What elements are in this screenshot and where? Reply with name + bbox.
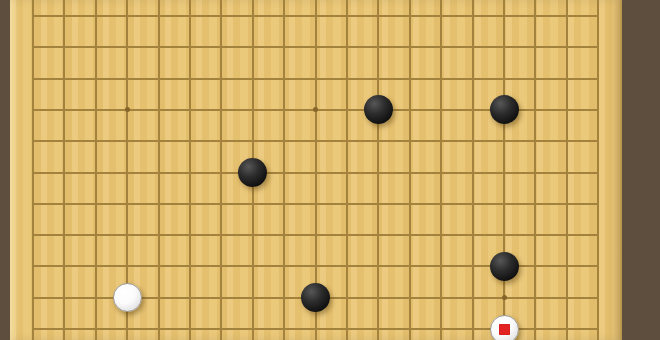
grid-hline	[32, 172, 599, 174]
grid-vline	[534, 0, 536, 340]
black-stone	[364, 95, 393, 124]
grid-hline	[32, 15, 599, 17]
grid-vline	[409, 0, 411, 340]
grid-hline	[32, 234, 599, 236]
black-stone	[490, 252, 519, 281]
grid-vline	[472, 0, 474, 340]
black-stone	[490, 95, 519, 124]
white-stone	[113, 283, 142, 312]
grid-vline	[377, 0, 379, 340]
grid-vline	[32, 0, 34, 340]
go-board[interactable]	[10, 0, 622, 340]
white-stone	[490, 315, 519, 340]
grid-hline	[32, 203, 599, 205]
black-stone	[238, 158, 267, 187]
star-point	[502, 295, 507, 300]
grid-vline	[346, 0, 348, 340]
grid-vline	[63, 0, 65, 340]
table-background	[0, 0, 660, 340]
grid-vline	[566, 0, 568, 340]
grid-vline	[158, 0, 160, 340]
grid-vline	[95, 0, 97, 340]
grid-vline	[283, 0, 285, 340]
grid-hline	[32, 140, 599, 142]
grid-vline	[440, 0, 442, 340]
last-move-marker	[499, 324, 510, 335]
grid-hline	[32, 46, 599, 48]
star-point	[125, 107, 130, 112]
star-point	[313, 107, 318, 112]
grid-vline	[597, 0, 599, 340]
grid-vline	[189, 0, 191, 340]
black-stone	[301, 283, 330, 312]
grid-vline	[503, 0, 505, 340]
grid-hline	[32, 78, 599, 80]
grid-vline	[220, 0, 222, 340]
